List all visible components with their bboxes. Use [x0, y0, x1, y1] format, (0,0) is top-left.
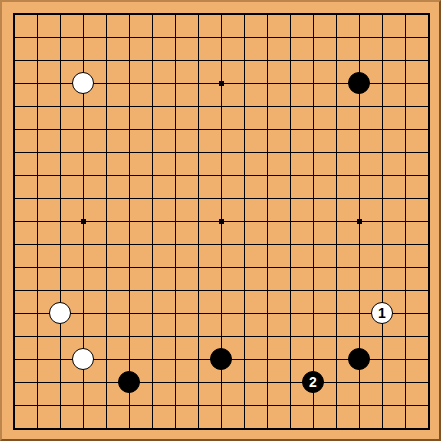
white-stone-D4 — [72, 348, 94, 370]
black-stone-F3 — [118, 371, 140, 393]
white-stone-R6: 1 — [371, 302, 393, 324]
stones-layer: 12 — [3, 3, 440, 440]
black-stone-K4 — [210, 348, 232, 370]
black-stone-O3: 2 — [302, 371, 324, 393]
black-stone-Q16 — [348, 72, 370, 94]
go-board: 12 — [0, 0, 441, 441]
black-stone-Q4 — [348, 348, 370, 370]
white-stone-C6 — [49, 302, 71, 324]
white-stone-D16 — [72, 72, 94, 94]
